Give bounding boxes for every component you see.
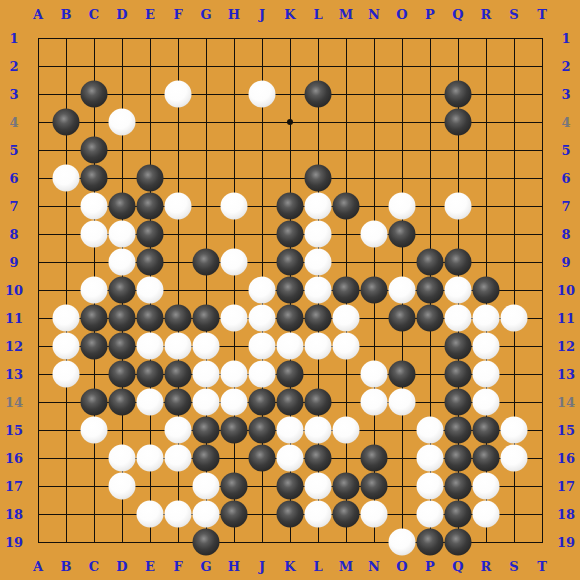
stone-black-e11 <box>137 305 164 332</box>
stone-white-l9 <box>305 249 332 276</box>
stone-white-c7 <box>81 193 108 220</box>
stone-white-l18 <box>305 501 332 528</box>
row-label-left-16: 16 <box>5 452 23 465</box>
stone-black-g19 <box>193 529 220 556</box>
stone-white-s15 <box>501 417 528 444</box>
column-label-top-o: O <box>396 8 407 21</box>
column-label-top-d: D <box>116 8 127 21</box>
stone-black-k9 <box>277 249 304 276</box>
stone-white-c8 <box>81 221 108 248</box>
stone-black-l16 <box>305 445 332 472</box>
star-point-k4 <box>287 119 293 125</box>
stone-black-h18 <box>221 501 248 528</box>
stone-black-q12 <box>445 333 472 360</box>
row-label-right-5: 5 <box>561 144 570 157</box>
row-label-right-3: 3 <box>561 88 570 101</box>
stone-white-e14 <box>137 389 164 416</box>
column-label-top-t: T <box>537 8 547 21</box>
stone-black-d10 <box>109 277 136 304</box>
row-label-right-6: 6 <box>561 172 570 185</box>
stone-white-r17 <box>473 473 500 500</box>
stone-black-n16 <box>361 445 388 472</box>
stone-black-c14 <box>81 389 108 416</box>
stone-black-p9 <box>417 249 444 276</box>
column-label-bottom-g: G <box>200 560 211 573</box>
stone-white-f3 <box>165 81 192 108</box>
stone-white-h9 <box>221 249 248 276</box>
stone-black-n17 <box>361 473 388 500</box>
column-label-bottom-f: F <box>173 560 182 573</box>
stone-black-j14 <box>249 389 276 416</box>
stone-black-j16 <box>249 445 276 472</box>
stone-black-g9 <box>193 249 220 276</box>
stone-white-j10 <box>249 277 276 304</box>
stone-white-j11 <box>249 305 276 332</box>
stone-black-d14 <box>109 389 136 416</box>
column-label-bottom-a: A <box>33 560 43 573</box>
stone-white-o19 <box>389 529 416 556</box>
stone-black-k7 <box>277 193 304 220</box>
stone-black-k18 <box>277 501 304 528</box>
row-label-right-9: 9 <box>561 256 570 269</box>
stone-black-c3 <box>81 81 108 108</box>
stone-black-m17 <box>333 473 360 500</box>
column-label-top-q: Q <box>452 8 463 21</box>
column-label-top-b: B <box>61 8 72 21</box>
row-label-left-19: 19 <box>5 536 23 549</box>
column-label-top-a: A <box>33 8 43 21</box>
stone-black-k10 <box>277 277 304 304</box>
stone-white-b11 <box>53 305 80 332</box>
stone-black-o8 <box>389 221 416 248</box>
column-label-bottom-d: D <box>116 560 127 573</box>
stone-white-l15 <box>305 417 332 444</box>
row-label-left-2: 2 <box>9 60 18 73</box>
stone-white-s11 <box>501 305 528 332</box>
row-label-left-9: 9 <box>9 256 18 269</box>
stone-white-q11 <box>445 305 472 332</box>
stone-black-h17 <box>221 473 248 500</box>
stone-white-o10 <box>389 277 416 304</box>
row-label-left-15: 15 <box>5 424 23 437</box>
stone-black-q17 <box>445 473 472 500</box>
stone-black-q9 <box>445 249 472 276</box>
row-label-right-19: 19 <box>557 536 575 549</box>
stone-white-j3 <box>249 81 276 108</box>
stone-white-n14 <box>361 389 388 416</box>
stone-black-l11 <box>305 305 332 332</box>
stone-black-k14 <box>277 389 304 416</box>
stone-white-l10 <box>305 277 332 304</box>
stone-white-m15 <box>333 417 360 444</box>
row-label-left-6: 6 <box>9 172 18 185</box>
stone-black-b4 <box>53 109 80 136</box>
stone-black-c11 <box>81 305 108 332</box>
stone-white-f16 <box>165 445 192 472</box>
stone-white-g14 <box>193 389 220 416</box>
row-label-right-18: 18 <box>557 508 575 521</box>
stone-black-e9 <box>137 249 164 276</box>
stone-white-c15 <box>81 417 108 444</box>
column-label-bottom-e: E <box>145 560 155 573</box>
stone-white-m11 <box>333 305 360 332</box>
stone-black-m7 <box>333 193 360 220</box>
stone-black-p19 <box>417 529 444 556</box>
row-label-left-1: 1 <box>9 32 18 45</box>
column-label-top-f: F <box>173 8 182 21</box>
row-label-left-5: 5 <box>9 144 18 157</box>
row-label-right-12: 12 <box>557 340 575 353</box>
stone-black-d12 <box>109 333 136 360</box>
column-label-bottom-b: B <box>61 560 72 573</box>
column-label-bottom-r: R <box>481 560 492 573</box>
column-label-bottom-p: P <box>425 560 435 573</box>
stone-black-q19 <box>445 529 472 556</box>
stone-white-r13 <box>473 361 500 388</box>
stone-white-r14 <box>473 389 500 416</box>
row-label-left-17: 17 <box>5 480 23 493</box>
go-board[interactable]: AABBCCDDEEFFGGHHJJKKLLMMNNOOPPQQRRSSTT11… <box>0 0 580 580</box>
stone-black-q16 <box>445 445 472 472</box>
stone-white-p18 <box>417 501 444 528</box>
stone-black-g16 <box>193 445 220 472</box>
stone-black-k17 <box>277 473 304 500</box>
stone-black-d11 <box>109 305 136 332</box>
stone-black-o11 <box>389 305 416 332</box>
stone-white-e18 <box>137 501 164 528</box>
row-label-left-10: 10 <box>5 284 23 297</box>
row-label-right-8: 8 <box>561 228 570 241</box>
stone-black-c6 <box>81 165 108 192</box>
stone-black-m10 <box>333 277 360 304</box>
stone-black-l6 <box>305 165 332 192</box>
column-label-top-l: L <box>313 8 322 21</box>
column-label-top-h: H <box>228 8 240 21</box>
stone-white-r11 <box>473 305 500 332</box>
stone-white-g18 <box>193 501 220 528</box>
stone-white-e12 <box>137 333 164 360</box>
stone-black-e7 <box>137 193 164 220</box>
stone-black-l3 <box>305 81 332 108</box>
stone-black-c12 <box>81 333 108 360</box>
stone-white-r18 <box>473 501 500 528</box>
stone-white-r12 <box>473 333 500 360</box>
row-label-right-17: 17 <box>557 480 575 493</box>
stone-black-q13 <box>445 361 472 388</box>
stone-white-h7 <box>221 193 248 220</box>
stone-white-m12 <box>333 333 360 360</box>
row-label-left-18: 18 <box>5 508 23 521</box>
stone-white-l8 <box>305 221 332 248</box>
row-label-left-3: 3 <box>9 88 18 101</box>
stone-black-f14 <box>165 389 192 416</box>
stone-white-g13 <box>193 361 220 388</box>
stone-black-r16 <box>473 445 500 472</box>
stone-white-n13 <box>361 361 388 388</box>
stone-black-k8 <box>277 221 304 248</box>
stone-black-q3 <box>445 81 472 108</box>
stone-white-e10 <box>137 277 164 304</box>
stone-white-f18 <box>165 501 192 528</box>
row-label-right-13: 13 <box>557 368 575 381</box>
column-label-bottom-k: K <box>284 560 295 573</box>
stone-white-d8 <box>109 221 136 248</box>
stone-black-q18 <box>445 501 472 528</box>
stone-white-k16 <box>277 445 304 472</box>
stone-black-f11 <box>165 305 192 332</box>
column-label-bottom-c: C <box>89 560 99 573</box>
stone-white-p15 <box>417 417 444 444</box>
stone-white-b13 <box>53 361 80 388</box>
stone-black-e6 <box>137 165 164 192</box>
stone-black-r10 <box>473 277 500 304</box>
column-label-bottom-m: M <box>339 560 353 573</box>
stone-white-s16 <box>501 445 528 472</box>
row-label-right-11: 11 <box>557 312 575 325</box>
stone-white-c10 <box>81 277 108 304</box>
stone-black-k13 <box>277 361 304 388</box>
stone-white-f7 <box>165 193 192 220</box>
column-label-top-g: G <box>200 8 211 21</box>
stone-black-d13 <box>109 361 136 388</box>
go-app: AABBCCDDEEFFGGHHJJKKLLMMNNOOPPQQRRSSTT11… <box>0 0 580 580</box>
stone-white-o7 <box>389 193 416 220</box>
stone-black-l14 <box>305 389 332 416</box>
stone-black-p10 <box>417 277 444 304</box>
stone-white-q7 <box>445 193 472 220</box>
row-label-left-12: 12 <box>5 340 23 353</box>
row-label-left-11: 11 <box>5 312 23 325</box>
row-label-right-7: 7 <box>561 200 570 213</box>
stone-white-n18 <box>361 501 388 528</box>
column-label-top-c: C <box>89 8 99 21</box>
row-label-left-7: 7 <box>9 200 18 213</box>
stone-black-n10 <box>361 277 388 304</box>
column-label-top-s: S <box>509 8 518 21</box>
column-label-top-j: J <box>259 8 265 21</box>
column-label-bottom-t: T <box>537 560 547 573</box>
row-label-right-16: 16 <box>557 452 575 465</box>
column-label-bottom-q: Q <box>452 560 463 573</box>
stone-white-f12 <box>165 333 192 360</box>
stone-white-j12 <box>249 333 276 360</box>
stone-white-h14 <box>221 389 248 416</box>
stone-black-h15 <box>221 417 248 444</box>
stone-white-h13 <box>221 361 248 388</box>
stone-white-k15 <box>277 417 304 444</box>
stone-white-e16 <box>137 445 164 472</box>
row-label-right-4: 4 <box>561 116 570 129</box>
column-label-top-n: N <box>368 8 380 21</box>
stone-white-l17 <box>305 473 332 500</box>
column-label-top-e: E <box>145 8 155 21</box>
column-label-bottom-l: L <box>313 560 322 573</box>
stone-black-m18 <box>333 501 360 528</box>
column-label-bottom-o: O <box>396 560 407 573</box>
stone-black-e13 <box>137 361 164 388</box>
grid-line-vertical <box>542 38 543 543</box>
stone-black-k11 <box>277 305 304 332</box>
stone-black-p11 <box>417 305 444 332</box>
stone-white-l7 <box>305 193 332 220</box>
stone-white-h11 <box>221 305 248 332</box>
row-label-left-14: 14 <box>5 396 23 409</box>
row-label-right-1: 1 <box>561 32 570 45</box>
column-label-bottom-s: S <box>509 560 518 573</box>
stone-black-q15 <box>445 417 472 444</box>
stone-white-g17 <box>193 473 220 500</box>
column-label-top-r: R <box>481 8 492 21</box>
stone-black-q4 <box>445 109 472 136</box>
row-label-left-8: 8 <box>9 228 18 241</box>
row-label-left-4: 4 <box>9 116 18 129</box>
column-label-top-p: P <box>425 8 435 21</box>
stone-black-o13 <box>389 361 416 388</box>
stone-white-n8 <box>361 221 388 248</box>
stone-black-g15 <box>193 417 220 444</box>
stone-black-q14 <box>445 389 472 416</box>
row-label-right-14: 14 <box>557 396 575 409</box>
row-label-right-2: 2 <box>561 60 570 73</box>
stone-white-f15 <box>165 417 192 444</box>
row-label-right-15: 15 <box>557 424 575 437</box>
column-label-bottom-j: J <box>259 560 265 573</box>
stone-black-g11 <box>193 305 220 332</box>
column-label-bottom-n: N <box>368 560 380 573</box>
stone-white-d4 <box>109 109 136 136</box>
stone-white-g12 <box>193 333 220 360</box>
stone-white-b12 <box>53 333 80 360</box>
row-label-left-13: 13 <box>5 368 23 381</box>
stone-white-q10 <box>445 277 472 304</box>
stone-black-e8 <box>137 221 164 248</box>
row-label-right-10: 10 <box>557 284 575 297</box>
column-label-bottom-h: H <box>228 560 240 573</box>
stone-white-d9 <box>109 249 136 276</box>
stone-white-p17 <box>417 473 444 500</box>
stone-white-b6 <box>53 165 80 192</box>
stone-white-d17 <box>109 473 136 500</box>
column-label-top-k: K <box>284 8 295 21</box>
stone-white-j13 <box>249 361 276 388</box>
stone-black-f13 <box>165 361 192 388</box>
stone-black-j15 <box>249 417 276 444</box>
stone-black-d7 <box>109 193 136 220</box>
stone-black-r15 <box>473 417 500 444</box>
stone-white-p16 <box>417 445 444 472</box>
stone-white-k12 <box>277 333 304 360</box>
stone-white-o14 <box>389 389 416 416</box>
column-label-top-m: M <box>339 8 353 21</box>
stone-black-c5 <box>81 137 108 164</box>
stone-white-l12 <box>305 333 332 360</box>
stone-white-d16 <box>109 445 136 472</box>
